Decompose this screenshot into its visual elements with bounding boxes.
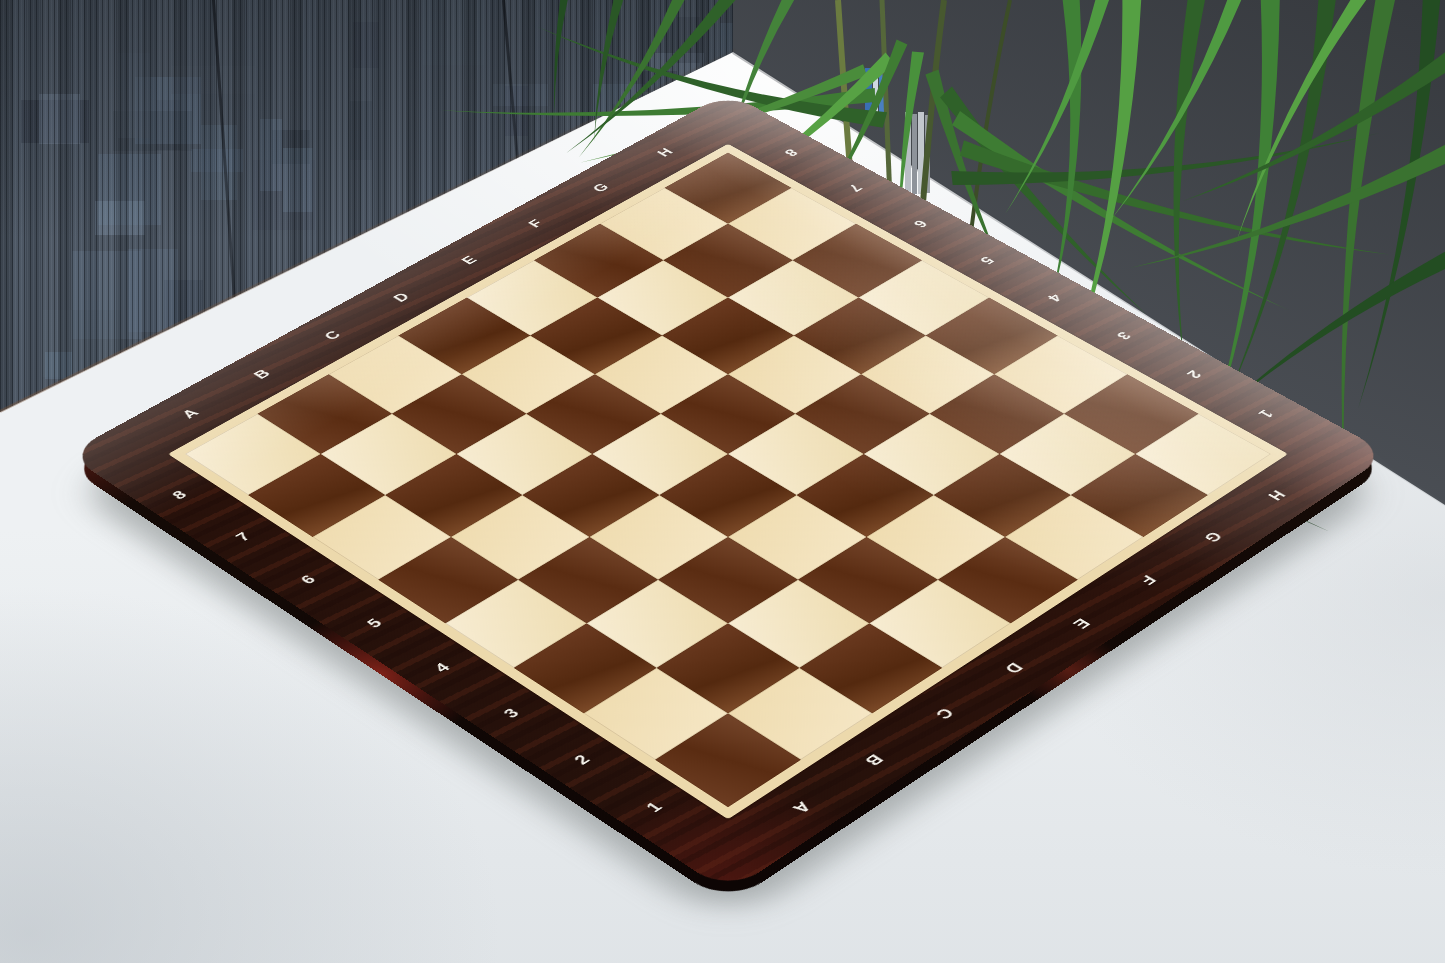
coord-label-B: B <box>250 367 274 382</box>
coord-label-D: D <box>1000 660 1027 677</box>
coord-label-H: H <box>653 146 676 159</box>
coord-label-8: 8 <box>168 488 191 502</box>
coord-label-G: G <box>1199 529 1226 545</box>
coord-label-3: 3 <box>1112 329 1135 342</box>
palm-leaf <box>554 0 569 114</box>
coord-label-7: 7 <box>232 530 255 544</box>
coord-label-F: F <box>525 217 547 230</box>
coord-label-1: 1 <box>642 799 667 815</box>
coord-label-E: E <box>1068 615 1094 631</box>
coord-label-B: B <box>860 751 887 768</box>
coord-label-5: 5 <box>976 254 998 267</box>
coord-label-G: G <box>589 181 613 195</box>
coord-label-D: D <box>389 291 413 305</box>
coord-label-A: A <box>178 406 203 421</box>
coord-label-6: 6 <box>909 218 931 230</box>
coord-label-E: E <box>458 254 481 267</box>
coord-label-4: 4 <box>1043 291 1066 304</box>
coord-label-C: C <box>320 328 344 342</box>
coord-label-H: H <box>1263 487 1289 502</box>
coord-label-F: F <box>1135 572 1160 587</box>
coord-label-3: 3 <box>499 706 523 722</box>
coord-label-7: 7 <box>844 182 866 194</box>
coord-label-5: 5 <box>363 616 387 631</box>
coord-label-8: 8 <box>780 147 801 159</box>
coord-label-2: 2 <box>570 752 595 768</box>
palm-leaf <box>1342 0 1398 489</box>
coord-label-C: C <box>931 705 958 722</box>
palm-leaf <box>1174 0 1207 370</box>
scene: 8765432187654321HGFEDCBAHGFEDCBA <box>0 0 1445 963</box>
coord-label-1: 1 <box>1254 407 1277 421</box>
coord-label-A: A <box>788 798 816 816</box>
coord-label-4: 4 <box>430 660 454 675</box>
coord-label-2: 2 <box>1182 368 1205 381</box>
coord-label-6: 6 <box>297 572 320 587</box>
